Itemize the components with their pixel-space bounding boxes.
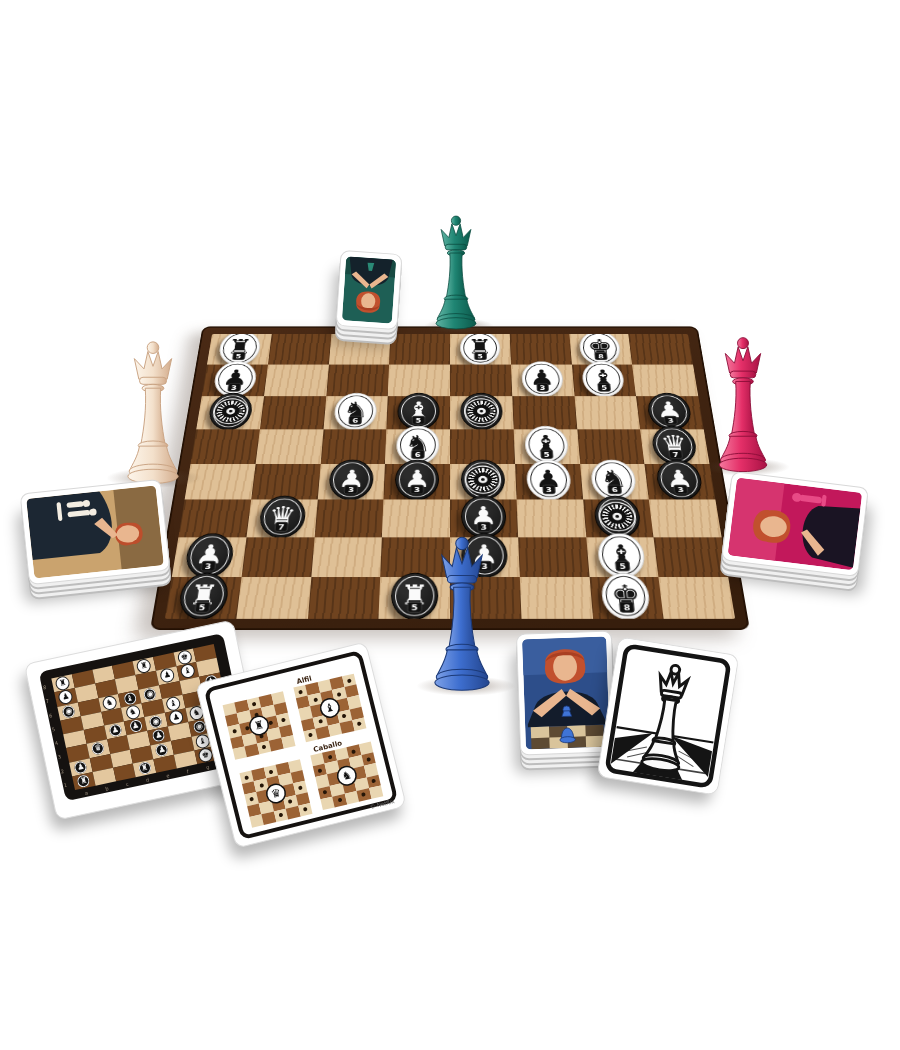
- token-value: 3: [664, 416, 678, 425]
- token-value: 6: [411, 449, 424, 458]
- wheel-ornament-icon: [467, 400, 495, 421]
- beth-portrait-teal-art: [342, 256, 396, 323]
- square-a3[interactable]: [178, 500, 251, 538]
- token-value: 7: [274, 522, 289, 532]
- token-pawn-a7[interactable]: ♟3: [212, 361, 258, 396]
- square-g6[interactable]: [574, 396, 640, 429]
- movement-grid-square: [368, 785, 383, 799]
- mini-token-rook: ♜: [137, 761, 151, 775]
- square-c3[interactable]: [314, 500, 383, 538]
- mini-token-pawn: ♟: [160, 669, 174, 683]
- movement-diagram-queen: ♛: [233, 747, 314, 829]
- token-wheel-g3[interactable]: [593, 496, 642, 538]
- card-deck-left[interactable]: [49, 461, 141, 603]
- square-f3[interactable]: [516, 500, 585, 538]
- movement-mini-grid: ♛: [239, 759, 312, 828]
- mini-token-pawn: ♟: [155, 743, 169, 757]
- mini-token-pawn: ♟: [152, 729, 166, 743]
- token-value: 5: [407, 602, 422, 613]
- square-a5[interactable]: [191, 429, 260, 464]
- beth-portrait-blue-art: [522, 637, 610, 750]
- square-g3[interactable]: [583, 500, 654, 538]
- token-knight-c6[interactable]: ♞6: [334, 393, 378, 430]
- square-f5[interactable]: ♝5: [513, 429, 579, 464]
- square-f7[interactable]: ♟3: [511, 364, 574, 396]
- token-value: 5: [412, 416, 425, 425]
- mini-token-bishop: ♝: [181, 664, 195, 678]
- beth-chessboard-sepia-art: [26, 485, 164, 578]
- square-b4[interactable]: [251, 464, 320, 500]
- square-d7[interactable]: [388, 364, 450, 396]
- mini-token-wheel: ◉: [62, 704, 76, 718]
- token-pawn-e3[interactable]: ♟3: [461, 496, 507, 538]
- mini-token-pawn: ♟: [129, 719, 143, 733]
- mini-token-wheel: ◉: [149, 715, 163, 729]
- token-knight-d5[interactable]: ♞6: [396, 426, 440, 465]
- big-queen-teal[interactable]: [424, 213, 488, 335]
- square-c4[interactable]: ♟3: [317, 464, 385, 500]
- square-f4[interactable]: ♟3: [515, 464, 583, 500]
- token-bishop-g2[interactable]: ♝5: [597, 533, 648, 577]
- square-h6[interactable]: ♟3: [636, 396, 704, 429]
- square-e8[interactable]: ♜5: [450, 334, 511, 364]
- token-pawn-f4[interactable]: ♟3: [525, 460, 571, 500]
- square-g1[interactable]: ♚8: [589, 577, 664, 619]
- square-a8[interactable]: ♜5: [207, 334, 272, 364]
- card-deck-top[interactable]: [338, 252, 400, 328]
- square-g5[interactable]: [577, 429, 645, 464]
- mini-token-bishop: ♝: [166, 697, 180, 711]
- square-c1[interactable]: [307, 577, 380, 619]
- square-g4[interactable]: ♞6: [580, 464, 649, 500]
- square-b5[interactable]: [255, 429, 323, 464]
- mini-token-king: ♚: [198, 748, 212, 762]
- square-f6[interactable]: [512, 396, 577, 429]
- deck-top-card[interactable]: [335, 250, 402, 330]
- mini-token-rook: ♜: [77, 774, 91, 788]
- token-value: 5: [598, 383, 611, 391]
- token-knight-g4[interactable]: ♞6: [590, 460, 638, 500]
- mini-token-pawn: ♟: [59, 690, 73, 704]
- square-a7[interactable]: ♟3: [202, 364, 268, 396]
- mini-token-pawn: ♟: [74, 760, 88, 774]
- square-h2[interactable]: [654, 538, 728, 578]
- queen-ink-drawing: [598, 637, 738, 794]
- mini-token-wheel: ◉: [143, 687, 157, 701]
- square-d6[interactable]: ♝5: [387, 396, 450, 429]
- token-value: 3: [227, 383, 241, 391]
- movement-mini-grid: ♞: [310, 742, 383, 811]
- square-e4[interactable]: [450, 464, 516, 500]
- product-photo-stage: ♜5♜5♚8♟3♟3♝5♞6♝5♟3♞6♝5♛7♟3♟3♟3♞6♟3♛7♟3♟3…: [0, 0, 900, 1050]
- square-e6[interactable]: [450, 396, 513, 429]
- square-d3[interactable]: [382, 500, 450, 538]
- mini-token-bishop: ♝: [123, 691, 137, 705]
- big-queen-blue[interactable]: [422, 533, 502, 697]
- mini-token-pawn: ♟: [108, 723, 122, 737]
- token-bishop-g7[interactable]: ♝5: [581, 361, 626, 396]
- square-d4[interactable]: ♟3: [384, 464, 450, 500]
- token-value: 6: [608, 485, 622, 495]
- token-value: 3: [536, 383, 549, 391]
- square-a6[interactable]: [196, 396, 264, 429]
- token-pawn-d4[interactable]: ♟3: [395, 460, 440, 500]
- token-value: 8: [594, 352, 607, 360]
- square-c6[interactable]: ♞6: [323, 396, 388, 429]
- square-b3[interactable]: ♛7: [246, 500, 317, 538]
- token-king-g1[interactable]: ♚8: [600, 573, 652, 619]
- square-f1[interactable]: [520, 577, 593, 619]
- mini-token-knight: ♞: [126, 705, 140, 719]
- square-d5[interactable]: ♞6: [385, 429, 450, 464]
- square-a2[interactable]: ♟3: [172, 538, 246, 578]
- square-g2[interactable]: ♝5: [586, 538, 659, 578]
- token-rook-a1[interactable]: ♜5: [177, 573, 231, 619]
- card-deck-right[interactable]: [750, 455, 840, 593]
- square-f8[interactable]: [509, 334, 571, 364]
- square-h5[interactable]: ♛7: [640, 429, 709, 464]
- square-e5[interactable]: [450, 429, 515, 464]
- square-h1[interactable]: [659, 577, 735, 619]
- square-a1[interactable]: ♜5: [165, 577, 241, 619]
- token-value: 5: [474, 352, 486, 360]
- square-h7[interactable]: [632, 364, 698, 396]
- square-h3[interactable]: [649, 500, 722, 538]
- token-rook-e8[interactable]: ♜5: [460, 334, 501, 365]
- token-value: 5: [194, 602, 210, 613]
- movement-grid-square: [280, 735, 295, 749]
- token-value: 3: [410, 485, 424, 495]
- square-b2[interactable]: [241, 538, 314, 578]
- mini-token-king: ♚: [178, 650, 192, 664]
- token-pawn-h6[interactable]: ♟3: [646, 393, 693, 430]
- square-e3[interactable]: ♟3: [450, 500, 518, 538]
- mini-token-rook: ♜: [56, 676, 70, 690]
- square-e7[interactable]: [450, 364, 512, 396]
- token-wheel-e4[interactable]: [461, 460, 506, 500]
- square-d8[interactable]: [389, 334, 450, 364]
- square-c7[interactable]: [326, 364, 389, 396]
- square-g8[interactable]: ♚8: [569, 334, 632, 364]
- square-h8[interactable]: [628, 334, 693, 364]
- square-c2[interactable]: [311, 538, 382, 578]
- mini-token-knight: ♞: [102, 696, 116, 710]
- token-queen-h5[interactable]: ♛7: [650, 426, 698, 465]
- token-value: 3: [477, 522, 491, 532]
- token-pawn-a2[interactable]: ♟3: [183, 533, 235, 577]
- square-c5[interactable]: [320, 429, 386, 464]
- token-value: 3: [344, 485, 358, 495]
- wheel-ornament-icon: [602, 505, 634, 529]
- square-b8[interactable]: [268, 334, 331, 364]
- token-value: 5: [615, 561, 630, 571]
- wheel-ornament-icon: [215, 400, 246, 421]
- square-b1[interactable]: [236, 577, 311, 619]
- token-value: 3: [200, 561, 216, 571]
- deck-bottom-card[interactable]: [516, 630, 616, 755]
- token-queen-b3[interactable]: ♛7: [257, 496, 306, 538]
- token-value: 8: [619, 602, 635, 613]
- token-value: 3: [542, 485, 556, 495]
- square-c8[interactable]: [328, 334, 390, 364]
- token-pawn-c4[interactable]: ♟3: [328, 460, 374, 500]
- mini-token-pawn: ♟: [169, 710, 183, 724]
- square-g7[interactable]: ♝5: [572, 364, 637, 396]
- mini-token-rook: ♜: [137, 659, 151, 673]
- token-value: 6: [349, 416, 362, 425]
- token-value: 5: [540, 449, 554, 458]
- beth-pink-art: [728, 478, 863, 571]
- square-b7[interactable]: [264, 364, 329, 396]
- queen-illustration-card[interactable]: [597, 636, 740, 795]
- deck-right-card[interactable]: [721, 471, 869, 577]
- token-wheel-a6[interactable]: [207, 393, 254, 430]
- wheel-ornament-icon: [468, 468, 498, 491]
- token-pawn-h4[interactable]: ♟3: [655, 460, 705, 500]
- token-bishop-f5[interactable]: ♝5: [524, 426, 569, 465]
- movement-diagram-knight: Caballo♞: [304, 729, 385, 811]
- token-value: 7: [668, 449, 682, 458]
- square-f2[interactable]: [518, 538, 589, 578]
- token-value: 3: [673, 485, 688, 495]
- mini-token-queen: ♛: [91, 742, 105, 756]
- token-pawn-f7[interactable]: ♟3: [521, 361, 564, 396]
- movement-diagrams-frame: ♜Alfil♝♛Caballo♞: [204, 650, 399, 841]
- token-value: 5: [232, 352, 245, 360]
- token-bishop-d6[interactable]: ♝5: [397, 393, 440, 430]
- card-deck-bottom[interactable]: [518, 632, 614, 754]
- token-wheel-e6[interactable]: [460, 393, 503, 430]
- deck-left-card[interactable]: [20, 479, 171, 585]
- square-b6[interactable]: [260, 396, 326, 429]
